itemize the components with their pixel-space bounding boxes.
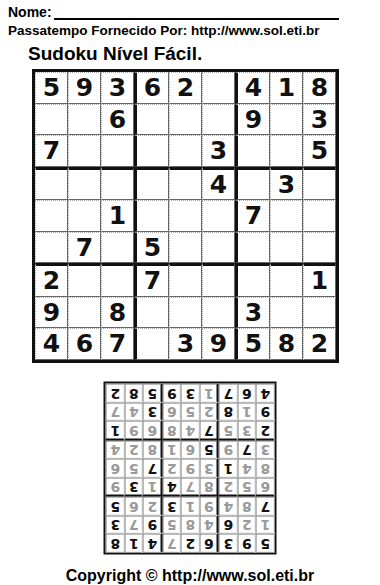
solution-cell-r1c7: 4 — [143, 534, 163, 553]
solution-cell-r5c9: 6 — [106, 459, 125, 478]
solution-cell-r9c1: 4 — [256, 384, 275, 403]
cell-r8c9[interactable] — [303, 297, 336, 329]
solution-cell-r5c1: 8 — [256, 459, 275, 478]
cell-r2c6[interactable] — [202, 104, 235, 136]
cell-r9c4[interactable] — [134, 328, 169, 360]
cell-r8c8[interactable] — [270, 297, 303, 329]
solution-cell-r8c7: 3 — [143, 402, 163, 421]
cell-r1c7: 4 — [235, 72, 270, 104]
solution-cell-r1c1: 5 — [256, 534, 275, 553]
cell-r4c5[interactable] — [169, 167, 202, 201]
cell-r4c1[interactable] — [35, 167, 68, 201]
cell-r3c6: 3 — [202, 135, 235, 167]
solution-cell-r6c7: 8 — [143, 440, 163, 459]
cell-r7c8[interactable] — [270, 263, 303, 297]
cell-r5c7: 7 — [235, 200, 270, 232]
solution-cell-r4c6: 4 — [162, 477, 181, 497]
solution-cell-r2c6: 5 — [162, 515, 181, 534]
solution-cell-r3c4: 9 — [199, 497, 219, 516]
solution-cell-r8c4: 2 — [199, 402, 219, 421]
solution-cell-r1c2: 9 — [237, 534, 256, 553]
solution-cell-r7c5: 4 — [181, 421, 200, 441]
cell-r4c7[interactable] — [235, 167, 270, 201]
solution-cell-r6c8: 2 — [124, 440, 143, 459]
copyright-text: Copyright © http://www.sol.eti.br — [8, 567, 372, 585]
solution-cell-r6c9: 4 — [106, 440, 125, 459]
solution-cell-r4c2: 5 — [237, 477, 256, 497]
cell-r7c7[interactable] — [235, 263, 270, 297]
cell-r6c3[interactable] — [101, 232, 134, 264]
solution-cell-r3c1: 7 — [256, 497, 275, 516]
solution-cell-r5c4: 3 — [199, 459, 219, 478]
solution-cell-r7c1: 2 — [256, 421, 275, 441]
solution-cell-r9c6: 9 — [162, 384, 181, 403]
cell-r5c1[interactable] — [35, 200, 68, 232]
cell-r3c7[interactable] — [235, 135, 270, 167]
cell-r6c9[interactable] — [303, 232, 336, 264]
solution-cell-r1c4: 6 — [199, 534, 219, 553]
solution-cell-r5c7: 7 — [143, 459, 163, 478]
cell-r8c7: 3 — [235, 297, 270, 329]
cell-r1c6[interactable] — [202, 72, 235, 104]
cell-r7c9: 1 — [303, 263, 336, 297]
cell-r9c3: 7 — [101, 328, 134, 360]
cell-r4c8: 3 — [270, 167, 303, 201]
solution-cell-r7c7: 6 — [143, 421, 163, 441]
cell-r6c7[interactable] — [235, 232, 270, 264]
solution-cell-r8c9: 7 — [106, 402, 125, 421]
solution-cell-r5c6: 2 — [162, 459, 181, 478]
solution-cell-r2c8: 7 — [124, 515, 143, 534]
cell-r3c8[interactable] — [270, 135, 303, 167]
solution-cell-r9c7: 5 — [143, 384, 163, 403]
solution-cell-r9c9: 2 — [106, 384, 125, 403]
solution-cell-r1c9: 8 — [106, 534, 125, 553]
solution-cell-r2c3: 6 — [219, 515, 238, 534]
cell-r7c5[interactable] — [169, 263, 202, 297]
cell-r4c9[interactable] — [303, 167, 336, 201]
cell-r8c5[interactable] — [169, 297, 202, 329]
solution-cell-r8c5: 5 — [181, 402, 200, 421]
cell-r4c6: 4 — [202, 167, 235, 201]
solution-cell-r2c2: 2 — [237, 515, 256, 534]
solution-cell-r9c5: 3 — [181, 384, 200, 403]
solution-board: 5936274181264859737849132656528741398413… — [104, 382, 277, 555]
cell-r6c1[interactable] — [35, 232, 68, 264]
cell-r5c5[interactable] — [169, 200, 202, 232]
cell-r6c5[interactable] — [169, 232, 202, 264]
solution-cell-r1c5: 2 — [181, 534, 200, 553]
solution-cell-r4c5: 7 — [181, 477, 200, 497]
solution-cell-r2c1: 1 — [256, 515, 275, 534]
cell-r6c4: 5 — [134, 232, 169, 264]
cell-r5c3: 1 — [101, 200, 134, 232]
cell-r9c1: 4 — [35, 328, 68, 360]
cell-r7c2[interactable] — [68, 263, 101, 297]
cell-r1c5: 2 — [169, 72, 202, 104]
cell-r3c3[interactable] — [101, 135, 134, 167]
cell-r6c6[interactable] — [202, 232, 235, 264]
solution-cell-r7c4: 7 — [199, 421, 219, 441]
solution-cell-r3c5: 1 — [181, 497, 200, 516]
solution-cell-r1c6: 7 — [162, 534, 181, 553]
name-field[interactable] — [54, 4, 339, 20]
solution-cell-r8c8: 4 — [124, 402, 143, 421]
solution-cell-r3c2: 8 — [237, 497, 256, 516]
solution-cell-r3c9: 5 — [106, 497, 125, 516]
solution-cell-r1c8: 1 — [124, 534, 143, 553]
solution-cell-r8c1: 9 — [256, 402, 275, 421]
cell-r1c9: 8 — [303, 72, 336, 104]
cell-r5c6[interactable] — [202, 200, 235, 232]
solution-cell-r8c2: 1 — [237, 402, 256, 421]
solution-cell-r2c9: 3 — [106, 515, 125, 534]
solution-cell-r6c3: 9 — [219, 440, 238, 459]
solution-cell-r3c8: 6 — [124, 497, 143, 516]
cell-r6c8[interactable] — [270, 232, 303, 264]
cell-r2c4[interactable] — [134, 104, 169, 136]
solution-cell-r2c5: 8 — [181, 515, 200, 534]
cell-r8c4[interactable] — [134, 297, 169, 329]
solution-cell-r5c5: 9 — [181, 459, 200, 478]
solution-cell-r6c1: 3 — [256, 440, 275, 459]
solution-cell-r2c4: 4 — [199, 515, 219, 534]
solution-cell-r3c6: 3 — [162, 497, 181, 516]
solution-cell-r7c8: 9 — [124, 421, 143, 441]
main-board: 5936241869373543177527198346739582 — [32, 69, 339, 363]
solution-cell-r5c3: 1 — [219, 459, 238, 478]
solution-cell-r4c4: 8 — [199, 477, 219, 497]
solution-cell-r4c8: 3 — [124, 477, 143, 497]
solution-cell-r2c7: 9 — [143, 515, 163, 534]
cell-r3c1: 7 — [35, 135, 68, 167]
cell-r7c4: 7 — [134, 263, 169, 297]
cell-r1c1: 5 — [35, 72, 68, 104]
worksheet-page: Nome: Passatempo Fornecido Por: http://w… — [0, 0, 380, 585]
name-label: Nome: — [8, 4, 52, 20]
solution-cell-r7c3: 5 — [219, 421, 238, 441]
cell-r5c2[interactable] — [68, 200, 101, 232]
solution-cell-r6c6: 1 — [162, 440, 181, 459]
solution-cell-r8c3: 8 — [219, 402, 238, 421]
cell-r3c2[interactable] — [68, 135, 101, 167]
cell-r7c3[interactable] — [101, 263, 134, 297]
cell-r5c8[interactable] — [270, 200, 303, 232]
cell-r7c1: 2 — [35, 263, 68, 297]
solution-cell-r5c8: 5 — [124, 459, 143, 478]
cell-r4c3[interactable] — [101, 167, 134, 201]
solution-cell-r9c4: 1 — [199, 384, 219, 403]
cell-r8c1: 9 — [35, 297, 68, 329]
solution-cell-r4c3: 2 — [219, 477, 238, 497]
solution-cell-r9c3: 7 — [219, 384, 238, 403]
cell-r3c5[interactable] — [169, 135, 202, 167]
cell-r1c8: 1 — [270, 72, 303, 104]
cell-r1c2: 9 — [68, 72, 101, 104]
cell-r9c6: 9 — [202, 328, 235, 360]
cell-r8c3: 8 — [101, 297, 134, 329]
solution-cell-r4c1: 6 — [256, 477, 275, 497]
cell-r5c9[interactable] — [303, 200, 336, 232]
solution-cell-r3c3: 4 — [219, 497, 238, 516]
cell-r9c9: 2 — [303, 328, 336, 360]
cell-r9c5: 3 — [169, 328, 202, 360]
cell-r2c3: 6 — [101, 104, 134, 136]
cell-r9c2: 6 — [68, 328, 101, 360]
cell-r4c2[interactable] — [68, 167, 101, 201]
cell-r1c4: 6 — [134, 72, 169, 104]
cell-r2c9: 3 — [303, 104, 336, 136]
page-title: Sudoku Nível Fácil. — [28, 43, 372, 65]
solution-cell-r4c9: 9 — [106, 477, 125, 497]
solution-cell-r1c3: 3 — [219, 534, 238, 553]
solution-cell-r9c8: 8 — [124, 384, 143, 403]
solution-cell-r7c2: 3 — [237, 421, 256, 441]
cell-r8c2[interactable] — [68, 297, 101, 329]
solution-cell-r4c7: 1 — [143, 477, 163, 497]
cell-r2c8[interactable] — [270, 104, 303, 136]
cell-r2c7: 9 — [235, 104, 270, 136]
cell-r8c6[interactable] — [202, 297, 235, 329]
provided-by-text: Passatempo Fornecido Por: http://www.sol… — [8, 23, 372, 38]
cell-r3c4[interactable] — [134, 135, 169, 167]
cell-r9c8: 8 — [270, 328, 303, 360]
cell-r9c7: 5 — [235, 328, 270, 360]
cell-r2c5[interactable] — [169, 104, 202, 136]
cell-r5c4[interactable] — [134, 200, 169, 232]
cell-r4c4[interactable] — [134, 167, 169, 201]
solution-cell-r6c4: 5 — [199, 440, 219, 459]
cell-r6c2: 7 — [68, 232, 101, 264]
solution-cell-r6c2: 7 — [237, 440, 256, 459]
solution-cell-r6c5: 6 — [181, 440, 200, 459]
cell-r2c2[interactable] — [68, 104, 101, 136]
cell-r3c9: 5 — [303, 135, 336, 167]
solution-cell-r7c6: 8 — [162, 421, 181, 441]
solution-cell-r7c9: 1 — [106, 421, 125, 441]
solution-cell-r3c7: 2 — [143, 497, 163, 516]
name-row: Nome: — [8, 4, 372, 20]
solution-cell-r9c2: 6 — [237, 384, 256, 403]
solution-cell-r5c2: 4 — [237, 459, 256, 478]
cell-r2c1[interactable] — [35, 104, 68, 136]
solution-cell-r8c6: 6 — [162, 402, 181, 421]
cell-r1c3: 3 — [101, 72, 134, 104]
cell-r7c6[interactable] — [202, 263, 235, 297]
